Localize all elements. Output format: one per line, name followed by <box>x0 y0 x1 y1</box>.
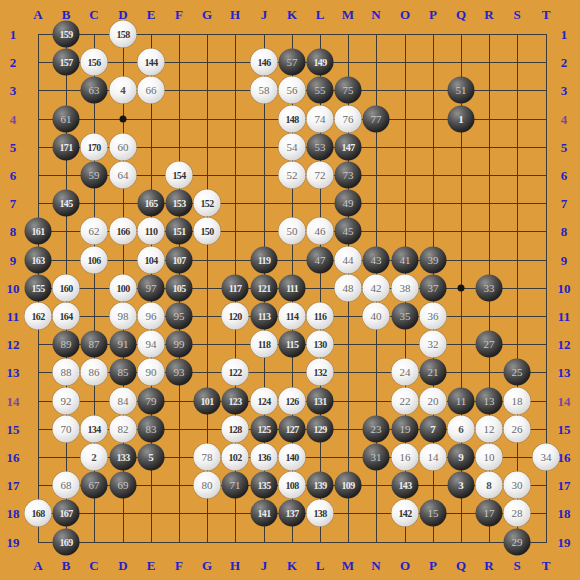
move-number: 55 <box>315 85 326 96</box>
stone-black-C17[interactable]: 67 <box>81 472 108 499</box>
move-number: 12 <box>484 424 495 435</box>
move-number: 35 <box>400 311 411 322</box>
grid-line-horizontal <box>38 203 547 204</box>
column-label-bottom-R: R <box>484 559 493 572</box>
stone-black-B7[interactable]: 145 <box>53 190 80 217</box>
stone-black-E16[interactable]: 5 <box>138 444 165 471</box>
stone-black-L2[interactable]: 149 <box>307 49 334 76</box>
stone-black-M6[interactable]: 73 <box>335 162 362 189</box>
stone-black-L17[interactable]: 139 <box>307 472 334 499</box>
move-number: 149 <box>313 57 326 67</box>
move-number: 68 <box>61 480 72 491</box>
row-label-left-1: 1 <box>10 28 17 41</box>
move-number: 67 <box>89 480 100 491</box>
stone-black-A8[interactable]: 161 <box>25 218 52 245</box>
move-number: 107 <box>172 255 185 265</box>
stone-black-B2[interactable]: 157 <box>53 49 80 76</box>
stone-black-H14[interactable]: 123 <box>222 388 249 415</box>
row-label-right-8: 8 <box>561 225 568 238</box>
move-number: 154 <box>172 170 185 180</box>
move-number: 147 <box>341 142 354 152</box>
stone-white-H11[interactable]: 120 <box>222 303 249 330</box>
move-number: 60 <box>118 142 129 153</box>
stone-white-A18[interactable]: 168 <box>25 500 52 527</box>
stone-black-P10[interactable]: 37 <box>420 275 447 302</box>
move-number: 102 <box>228 452 241 462</box>
move-number: 133 <box>116 452 129 462</box>
move-number: 22 <box>400 396 411 407</box>
row-label-left-13: 13 <box>7 366 20 379</box>
stone-black-B1[interactable]: 159 <box>53 21 80 48</box>
column-label-bottom-T: T <box>542 559 551 572</box>
column-label-bottom-B: B <box>62 559 71 572</box>
stone-black-C6[interactable]: 59 <box>81 162 108 189</box>
move-number: 89 <box>61 339 72 350</box>
row-label-right-2: 2 <box>561 56 568 69</box>
stone-black-A10[interactable]: 155 <box>25 275 52 302</box>
row-label-left-5: 5 <box>10 141 17 154</box>
stone-black-F13[interactable]: 93 <box>166 359 193 386</box>
move-number: 79 <box>146 396 157 407</box>
row-label-left-8: 8 <box>10 225 17 238</box>
move-number: 88 <box>61 367 72 378</box>
stone-white-R15[interactable]: 12 <box>476 416 503 443</box>
move-number: 6 <box>458 424 464 435</box>
stone-black-M17[interactable]: 109 <box>335 472 362 499</box>
move-number: 134 <box>87 424 100 434</box>
stone-white-D6[interactable]: 64 <box>110 162 137 189</box>
move-number: 124 <box>257 396 270 406</box>
row-label-left-14: 14 <box>7 395 20 408</box>
stone-black-L14[interactable]: 131 <box>307 388 334 415</box>
move-number: 87 <box>89 339 100 350</box>
stone-black-E15[interactable]: 83 <box>138 416 165 443</box>
stone-white-C13[interactable]: 86 <box>81 359 108 386</box>
move-number: 41 <box>400 255 411 266</box>
row-label-left-6: 6 <box>10 169 17 182</box>
stone-white-C15[interactable]: 134 <box>81 416 108 443</box>
column-label-bottom-F: F <box>175 559 183 572</box>
stone-white-H16[interactable]: 102 <box>222 444 249 471</box>
stone-white-A11[interactable]: 162 <box>25 303 52 330</box>
stone-white-N11[interactable]: 40 <box>363 303 390 330</box>
move-number: 146 <box>257 57 270 67</box>
stone-black-J10[interactable]: 121 <box>251 275 278 302</box>
stone-black-L5[interactable]: 53 <box>307 134 334 161</box>
stone-white-R17[interactable]: 8 <box>476 472 503 499</box>
row-label-left-16: 16 <box>7 451 20 464</box>
stone-white-B17[interactable]: 68 <box>53 472 80 499</box>
stone-black-E14[interactable]: 79 <box>138 388 165 415</box>
move-number: 74 <box>315 114 326 125</box>
stone-white-D8[interactable]: 166 <box>110 218 137 245</box>
stone-black-O9[interactable]: 41 <box>392 247 419 274</box>
stone-black-F10[interactable]: 105 <box>166 275 193 302</box>
stone-black-P9[interactable]: 39 <box>420 247 447 274</box>
stone-black-Q16[interactable]: 9 <box>448 444 475 471</box>
stone-black-J11[interactable]: 113 <box>251 303 278 330</box>
stone-white-D3[interactable]: 4 <box>110 77 137 104</box>
stone-black-O11[interactable]: 35 <box>392 303 419 330</box>
stone-black-B19[interactable]: 169 <box>53 529 80 556</box>
stone-white-L6[interactable]: 72 <box>307 162 334 189</box>
stone-white-G7[interactable]: 152 <box>194 190 221 217</box>
move-number: 121 <box>257 283 270 293</box>
stone-black-B5[interactable]: 171 <box>53 134 80 161</box>
stone-white-L4[interactable]: 74 <box>307 106 334 133</box>
stone-white-P11[interactable]: 36 <box>420 303 447 330</box>
move-number: 90 <box>146 367 157 378</box>
stone-white-B14[interactable]: 92 <box>53 388 80 415</box>
move-number: 46 <box>315 226 326 237</box>
stone-white-D15[interactable]: 82 <box>110 416 137 443</box>
stone-white-M9[interactable]: 44 <box>335 247 362 274</box>
stone-black-F9[interactable]: 107 <box>166 247 193 274</box>
move-number: 97 <box>146 283 157 294</box>
stone-white-D10[interactable]: 100 <box>110 275 137 302</box>
stone-white-L13[interactable]: 132 <box>307 359 334 386</box>
stone-white-O16[interactable]: 16 <box>392 444 419 471</box>
column-label-bottom-S: S <box>513 559 520 572</box>
stone-white-B13[interactable]: 88 <box>53 359 80 386</box>
move-number: 101 <box>200 396 213 406</box>
move-number: 105 <box>172 283 185 293</box>
star-point-D4 <box>120 116 127 123</box>
stone-white-E13[interactable]: 90 <box>138 359 165 386</box>
stone-black-J17[interactable]: 135 <box>251 472 278 499</box>
stone-white-K11[interactable]: 114 <box>279 303 306 330</box>
stone-white-J16[interactable]: 136 <box>251 444 278 471</box>
move-number: 71 <box>230 480 241 491</box>
stone-white-K17[interactable]: 108 <box>279 472 306 499</box>
stone-white-L18[interactable]: 138 <box>307 500 334 527</box>
stone-black-K15[interactable]: 127 <box>279 416 306 443</box>
stone-black-P13[interactable]: 21 <box>420 359 447 386</box>
column-label-top-O: O <box>400 8 410 21</box>
stone-black-K12[interactable]: 115 <box>279 331 306 358</box>
move-number: 98 <box>118 311 129 322</box>
stone-white-C8[interactable]: 62 <box>81 218 108 245</box>
stone-black-J18[interactable]: 141 <box>251 500 278 527</box>
row-label-right-10: 10 <box>558 282 571 295</box>
move-number: 38 <box>400 283 411 294</box>
stone-white-E9[interactable]: 104 <box>138 247 165 274</box>
stone-white-K14[interactable]: 126 <box>279 388 306 415</box>
stone-white-S17[interactable]: 30 <box>504 472 531 499</box>
stone-white-K16[interactable]: 140 <box>279 444 306 471</box>
row-label-left-2: 2 <box>10 56 17 69</box>
column-label-top-R: R <box>484 8 493 21</box>
stone-black-L15[interactable]: 129 <box>307 416 334 443</box>
move-number: 170 <box>87 142 100 152</box>
column-label-bottom-M: M <box>342 559 354 572</box>
stone-white-D14[interactable]: 84 <box>110 388 137 415</box>
stone-black-G14[interactable]: 101 <box>194 388 221 415</box>
row-label-right-5: 5 <box>561 141 568 154</box>
stone-white-J3[interactable]: 58 <box>251 77 278 104</box>
move-number: 108 <box>285 480 298 490</box>
row-label-right-12: 12 <box>558 338 571 351</box>
stone-white-E3[interactable]: 66 <box>138 77 165 104</box>
stone-white-S18[interactable]: 28 <box>504 500 531 527</box>
stone-black-N9[interactable]: 43 <box>363 247 390 274</box>
stone-black-J9[interactable]: 119 <box>251 247 278 274</box>
move-number: 138 <box>313 508 326 518</box>
stone-black-F7[interactable]: 153 <box>166 190 193 217</box>
stone-white-B15[interactable]: 70 <box>53 416 80 443</box>
move-number: 93 <box>174 367 185 378</box>
move-number: 47 <box>315 255 326 266</box>
stone-black-L9[interactable]: 47 <box>307 247 334 274</box>
stone-black-A9[interactable]: 163 <box>25 247 52 274</box>
stone-black-M5[interactable]: 147 <box>335 134 362 161</box>
stone-black-D13[interactable]: 85 <box>110 359 137 386</box>
row-label-left-9: 9 <box>10 254 17 267</box>
move-number: 145 <box>59 198 72 208</box>
stone-white-O10[interactable]: 38 <box>392 275 419 302</box>
column-label-bottom-L: L <box>316 559 325 572</box>
stone-white-G8[interactable]: 150 <box>194 218 221 245</box>
move-number: 165 <box>144 198 157 208</box>
stone-white-F6[interactable]: 154 <box>166 162 193 189</box>
stone-black-B4[interactable]: 61 <box>53 106 80 133</box>
stone-white-P16[interactable]: 14 <box>420 444 447 471</box>
move-number: 61 <box>61 114 72 125</box>
stone-white-S15[interactable]: 26 <box>504 416 531 443</box>
stone-white-O13[interactable]: 24 <box>392 359 419 386</box>
move-number: 84 <box>118 396 129 407</box>
move-number: 139 <box>313 480 326 490</box>
move-number: 63 <box>89 85 100 96</box>
move-number: 95 <box>174 311 185 322</box>
stone-white-J14[interactable]: 124 <box>251 388 278 415</box>
stone-black-O15[interactable]: 19 <box>392 416 419 443</box>
stone-black-L3[interactable]: 55 <box>307 77 334 104</box>
stone-black-E7[interactable]: 165 <box>138 190 165 217</box>
stone-white-O14[interactable]: 22 <box>392 388 419 415</box>
stone-black-N16[interactable]: 31 <box>363 444 390 471</box>
move-number: 99 <box>174 339 185 350</box>
move-number: 56 <box>287 85 298 96</box>
move-number: 7 <box>430 424 436 435</box>
stone-black-D17[interactable]: 69 <box>110 472 137 499</box>
stone-black-E10[interactable]: 97 <box>138 275 165 302</box>
stone-white-L11[interactable]: 116 <box>307 303 334 330</box>
stone-white-N10[interactable]: 42 <box>363 275 390 302</box>
move-number: 106 <box>87 255 100 265</box>
stone-white-B11[interactable]: 164 <box>53 303 80 330</box>
stone-white-Q15[interactable]: 6 <box>448 416 475 443</box>
stone-black-Q17[interactable]: 3 <box>448 472 475 499</box>
stone-black-B18[interactable]: 167 <box>53 500 80 527</box>
stone-black-Q14[interactable]: 11 <box>448 388 475 415</box>
move-number: 80 <box>202 480 213 491</box>
stone-black-K2[interactable]: 57 <box>279 49 306 76</box>
move-number: 162 <box>31 311 44 321</box>
stone-black-F11[interactable]: 95 <box>166 303 193 330</box>
stone-white-G16[interactable]: 78 <box>194 444 221 471</box>
move-number: 117 <box>229 283 242 293</box>
move-number: 96 <box>146 311 157 322</box>
stone-white-J12[interactable]: 118 <box>251 331 278 358</box>
stone-black-N15[interactable]: 23 <box>363 416 390 443</box>
stone-white-E8[interactable]: 110 <box>138 218 165 245</box>
move-number: 141 <box>257 508 270 518</box>
stone-black-Q4[interactable]: 1 <box>448 106 475 133</box>
stone-black-C3[interactable]: 63 <box>81 77 108 104</box>
stone-white-L12[interactable]: 130 <box>307 331 334 358</box>
grid-line-horizontal <box>38 542 547 543</box>
stone-black-M3[interactable]: 75 <box>335 77 362 104</box>
stone-black-D12[interactable]: 91 <box>110 331 137 358</box>
stone-white-D1[interactable]: 158 <box>110 21 137 48</box>
move-number: 82 <box>118 424 129 435</box>
move-number: 75 <box>343 85 354 96</box>
stone-white-O18[interactable]: 142 <box>392 500 419 527</box>
stone-white-C9[interactable]: 106 <box>81 247 108 274</box>
move-number: 142 <box>398 508 411 518</box>
stone-black-P15[interactable]: 7 <box>420 416 447 443</box>
stone-black-B12[interactable]: 89 <box>53 331 80 358</box>
column-label-top-H: H <box>230 8 240 21</box>
stone-white-B10[interactable]: 160 <box>53 275 80 302</box>
stone-black-F12[interactable]: 99 <box>166 331 193 358</box>
stone-white-E2[interactable]: 144 <box>138 49 165 76</box>
stone-black-P18[interactable]: 15 <box>420 500 447 527</box>
stone-white-K3[interactable]: 56 <box>279 77 306 104</box>
stone-white-M4[interactable]: 76 <box>335 106 362 133</box>
stone-white-G17[interactable]: 80 <box>194 472 221 499</box>
stone-white-E11[interactable]: 96 <box>138 303 165 330</box>
move-number: 130 <box>313 339 326 349</box>
move-number: 152 <box>200 198 213 208</box>
move-number: 94 <box>146 339 157 350</box>
move-number: 148 <box>285 114 298 124</box>
column-label-top-F: F <box>175 8 183 21</box>
column-label-bottom-P: P <box>429 559 437 572</box>
column-label-top-M: M <box>342 8 354 21</box>
move-number: 126 <box>285 396 298 406</box>
stone-white-K8[interactable]: 50 <box>279 218 306 245</box>
stone-white-P12[interactable]: 32 <box>420 331 447 358</box>
stone-black-J15[interactable]: 125 <box>251 416 278 443</box>
stone-white-D11[interactable]: 98 <box>110 303 137 330</box>
move-number: 114 <box>286 311 299 321</box>
stone-white-K4[interactable]: 148 <box>279 106 306 133</box>
stone-white-S14[interactable]: 18 <box>504 388 531 415</box>
row-label-right-13: 13 <box>558 366 571 379</box>
move-number: 29 <box>512 537 523 548</box>
move-number: 54 <box>287 142 298 153</box>
stone-white-C16[interactable]: 2 <box>81 444 108 471</box>
stone-white-H13[interactable]: 122 <box>222 359 249 386</box>
stone-black-H10[interactable]: 117 <box>222 275 249 302</box>
stone-white-R16[interactable]: 10 <box>476 444 503 471</box>
stone-black-Q3[interactable]: 51 <box>448 77 475 104</box>
stone-white-K5[interactable]: 54 <box>279 134 306 161</box>
row-label-left-7: 7 <box>10 197 17 210</box>
move-number: 64 <box>118 170 129 181</box>
stone-white-E12[interactable]: 94 <box>138 331 165 358</box>
move-number: 128 <box>228 424 241 434</box>
row-label-left-10: 10 <box>7 282 20 295</box>
stone-black-M8[interactable]: 45 <box>335 218 362 245</box>
move-number: 168 <box>31 508 44 518</box>
stone-black-O17[interactable]: 143 <box>392 472 419 499</box>
stone-white-T16[interactable]: 34 <box>533 444 560 471</box>
stone-white-H15[interactable]: 128 <box>222 416 249 443</box>
stone-black-S19[interactable]: 29 <box>504 529 531 556</box>
move-number: 11 <box>456 396 467 407</box>
row-label-right-14: 14 <box>558 395 571 408</box>
stone-white-M10[interactable]: 48 <box>335 275 362 302</box>
stone-black-K10[interactable]: 111 <box>279 275 306 302</box>
move-number: 160 <box>59 283 72 293</box>
move-number: 26 <box>512 424 523 435</box>
stone-white-P14[interactable]: 20 <box>420 388 447 415</box>
stone-black-R10[interactable]: 33 <box>476 275 503 302</box>
stone-white-J2[interactable]: 146 <box>251 49 278 76</box>
move-number: 157 <box>59 57 72 67</box>
row-label-left-15: 15 <box>7 423 20 436</box>
stone-black-M7[interactable]: 49 <box>335 190 362 217</box>
stone-white-K6[interactable]: 52 <box>279 162 306 189</box>
column-label-bottom-N: N <box>371 559 380 572</box>
stone-black-C12[interactable]: 87 <box>81 331 108 358</box>
move-number: 14 <box>428 452 439 463</box>
row-label-right-11: 11 <box>558 310 570 323</box>
row-label-right-19: 19 <box>558 536 571 549</box>
stone-white-C5[interactable]: 170 <box>81 134 108 161</box>
move-number: 23 <box>371 424 382 435</box>
move-number: 129 <box>313 424 326 434</box>
stone-black-R18[interactable]: 17 <box>476 500 503 527</box>
move-number: 51 <box>456 85 467 96</box>
move-number: 127 <box>285 424 298 434</box>
stone-black-H17[interactable]: 71 <box>222 472 249 499</box>
move-number: 17 <box>484 508 495 519</box>
stone-white-D5[interactable]: 60 <box>110 134 137 161</box>
stone-black-R12[interactable]: 27 <box>476 331 503 358</box>
move-number: 83 <box>146 424 157 435</box>
column-label-top-S: S <box>513 8 520 21</box>
move-number: 144 <box>144 57 157 67</box>
column-label-bottom-A: A <box>33 559 42 572</box>
stone-black-R14[interactable]: 13 <box>476 388 503 415</box>
move-number: 69 <box>118 480 129 491</box>
move-number: 104 <box>144 255 157 265</box>
stone-black-K18[interactable]: 137 <box>279 500 306 527</box>
column-label-bottom-O: O <box>400 559 410 572</box>
stone-black-N4[interactable]: 77 <box>363 106 390 133</box>
move-number: 155 <box>31 283 44 293</box>
move-number: 92 <box>61 396 72 407</box>
move-number: 1 <box>458 114 464 125</box>
stone-black-F8[interactable]: 151 <box>166 218 193 245</box>
stone-black-D16[interactable]: 133 <box>110 444 137 471</box>
move-number: 27 <box>484 339 495 350</box>
move-number: 136 <box>257 452 270 462</box>
stone-white-L8[interactable]: 46 <box>307 218 334 245</box>
move-number: 86 <box>89 367 100 378</box>
row-label-right-4: 4 <box>561 113 568 126</box>
row-label-right-18: 18 <box>558 507 571 520</box>
column-label-top-P: P <box>429 8 437 21</box>
row-label-right-9: 9 <box>561 254 568 267</box>
stone-black-S13[interactable]: 25 <box>504 359 531 386</box>
stone-white-C2[interactable]: 156 <box>81 49 108 76</box>
column-label-top-G: G <box>202 8 212 21</box>
